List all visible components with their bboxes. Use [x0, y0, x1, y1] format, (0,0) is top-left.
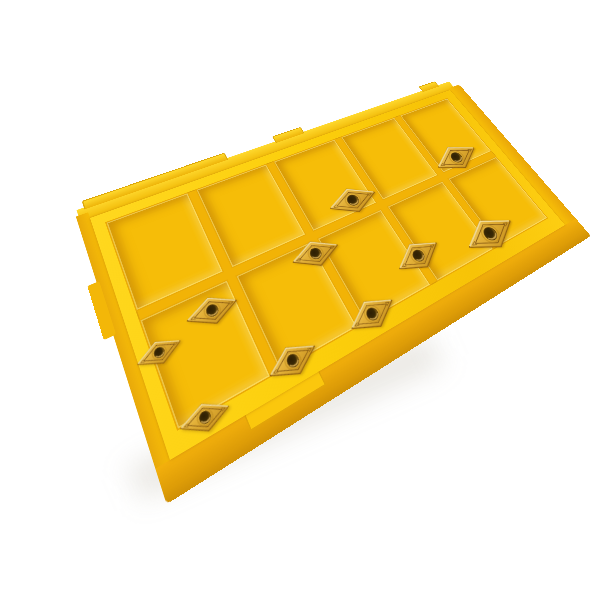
photo-canvas — [0, 0, 600, 600]
